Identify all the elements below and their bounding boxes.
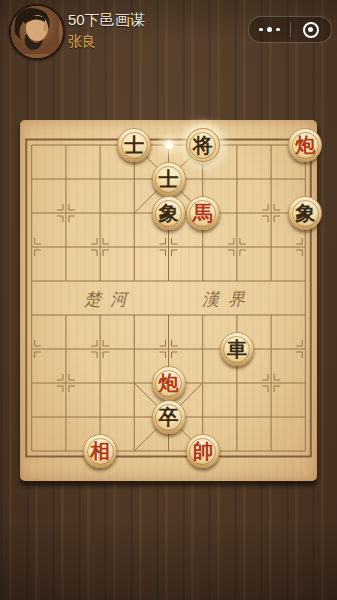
piece-glyph: 車 <box>227 339 247 359</box>
piece-glyph: 炮 <box>295 135 315 155</box>
piece-red-cannon[interactable]: 炮 <box>288 128 322 162</box>
piece-black-advisor[interactable]: 士 <box>152 162 186 196</box>
puzzle-character-name: 张良 <box>68 33 96 51</box>
piece-red-general[interactable]: 帥 <box>186 434 220 468</box>
piece-red-elephant[interactable]: 相 <box>83 434 117 468</box>
piece-black-chariot[interactable]: 車 <box>220 332 254 366</box>
piece-glyph: 将 <box>193 135 213 155</box>
piece-glyph: 士 <box>159 169 179 189</box>
piece-black-elephant[interactable]: 象 <box>152 196 186 230</box>
piece-glyph: 象 <box>295 203 315 223</box>
river-label-chu: 楚河 <box>67 288 153 311</box>
piece-red-cannon[interactable]: 炮 <box>152 366 186 400</box>
xiangqi-board[interactable]: 楚河 漢界 士将炮士象馬象車炮卒相帥 <box>20 120 317 481</box>
piece-red-horse[interactable]: 馬 <box>186 196 220 230</box>
three-dots-icon <box>259 27 280 33</box>
app-screen: 50下邑画谋 张良 楚河 漢界 士将炮士象馬象車炮卒相帥 <box>0 0 337 600</box>
piece-glyph: 卒 <box>159 407 179 427</box>
piece-glyph: 炮 <box>159 373 179 393</box>
header: 50下邑画谋 张良 <box>0 0 337 62</box>
more-button[interactable] <box>249 17 290 42</box>
stage-character-avatar <box>9 4 65 60</box>
piece-black-general[interactable]: 将 <box>186 128 220 162</box>
piece-glyph: 士 <box>124 135 144 155</box>
river-label-han: 漢界 <box>185 288 271 311</box>
piece-black-elephant[interactable]: 象 <box>288 196 322 230</box>
close-button[interactable] <box>291 17 332 42</box>
piece-black-pawn[interactable]: 卒 <box>152 400 186 434</box>
last-move-origin-marker <box>164 140 174 150</box>
piece-glyph: 帥 <box>193 441 213 461</box>
piece-glyph: 馬 <box>193 203 213 223</box>
piece-glyph: 象 <box>159 203 179 223</box>
miniprogram-capsule <box>248 16 332 43</box>
piece-glyph: 相 <box>90 441 110 461</box>
puzzle-title: 50下邑画谋 <box>68 11 145 30</box>
circle-target-icon <box>303 22 319 38</box>
portrait-icon <box>11 6 59 54</box>
footer-toolbar: 锦 15 求助 4步 <box>0 530 337 600</box>
